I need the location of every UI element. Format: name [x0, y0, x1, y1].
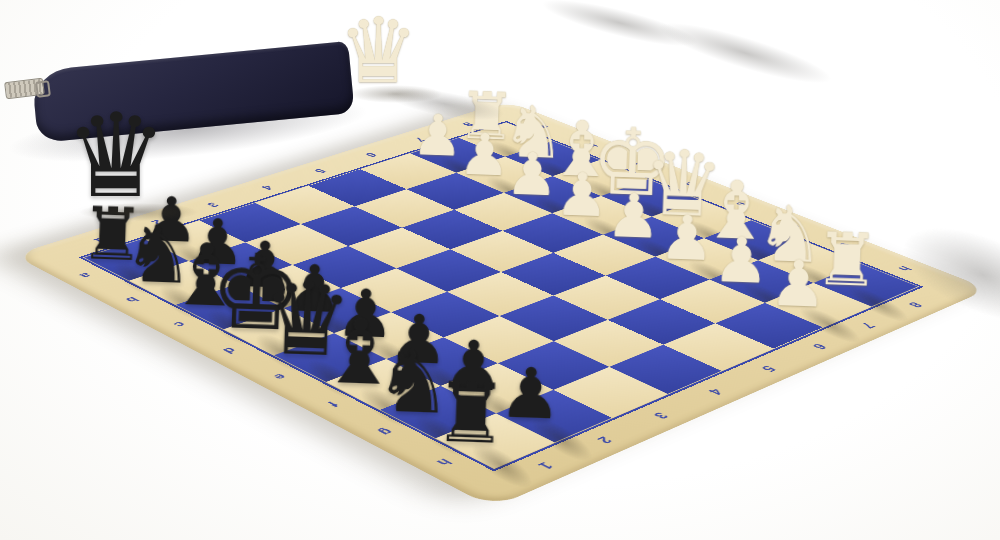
file-label-bottom-c: c — [170, 320, 189, 329]
black-rook: ♜ — [433, 371, 510, 456]
chess-set-photo: abcdefgh abcdefgh 87654321 87654321 ♜♞♝♚… — [0, 0, 1000, 540]
rank-label-right-5: 5 — [757, 364, 778, 373]
file-label-bottom-e: e — [270, 372, 290, 381]
file-label-bottom-h: h — [432, 456, 454, 467]
white-pawn: ♟ — [606, 185, 662, 247]
playing-area: ♜♞♝♚♛♝♞♜♟♟♟♟♟♟♟♟♟♟♟♟♟♟♟♟♜♞♝♚♛♝♞♜ — [84, 123, 918, 469]
white-pawn: ♟ — [658, 207, 715, 270]
rank-label-right-3: 3 — [650, 410, 671, 420]
zipper-ring-icon — [35, 80, 51, 98]
black-extra-queen: ♛ — [64, 98, 168, 214]
white-pawn: ♟ — [505, 145, 559, 205]
file-label-bottom-f: f — [323, 399, 341, 408]
file-label-bottom-g: g — [375, 427, 397, 437]
rank-label-right-1: 1 — [534, 460, 556, 471]
white-extra-queen: ♛ — [338, 6, 419, 96]
rank-label-left-4: 4 — [258, 184, 275, 191]
rank-label-right-8: 8 — [905, 300, 925, 308]
white-pawn: ♟ — [713, 229, 771, 293]
rank-label-left-5: 5 — [311, 167, 328, 174]
file-label-bottom-b: b — [122, 295, 141, 304]
cast-shadow — [655, 12, 836, 93]
white-pawn: ♟ — [555, 165, 610, 226]
rank-label-right-2: 2 — [593, 435, 615, 445]
file-label-bottom-d: d — [219, 345, 239, 354]
rank-label-right-6: 6 — [808, 342, 829, 351]
white-pawn: ♟ — [458, 125, 512, 184]
white-pawn: ♟ — [769, 251, 828, 316]
rank-label-right-4: 4 — [705, 387, 726, 396]
rank-label-left-6: 6 — [362, 151, 379, 158]
file-label-bottom-a: a — [77, 272, 95, 280]
rank-label-right-7: 7 — [857, 321, 877, 330]
